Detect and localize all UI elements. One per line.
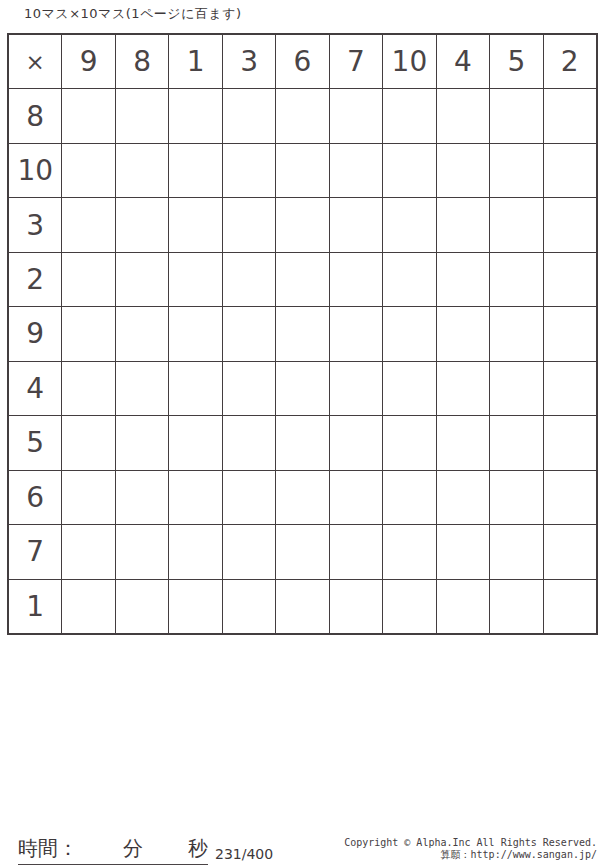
col-header-cell: 3 — [223, 35, 275, 88]
answer-cell — [223, 89, 275, 142]
answer-cell — [330, 89, 382, 142]
row-header-cell: 3 — [9, 198, 61, 251]
answer-cell — [62, 471, 114, 524]
row-header-cell: 8 — [9, 89, 61, 142]
answer-cell — [544, 253, 596, 306]
answer-cell — [223, 525, 275, 578]
row-header-cell: 6 — [9, 471, 61, 524]
row-header-cell: 7 — [9, 525, 61, 578]
answer-cell — [62, 525, 114, 578]
answer-cell — [490, 471, 542, 524]
answer-cell — [62, 416, 114, 469]
answer-cell — [437, 580, 489, 633]
answer-cell — [223, 580, 275, 633]
col-header-cell: 5 — [490, 35, 542, 88]
answer-cell — [544, 144, 596, 197]
answer-cell — [490, 362, 542, 415]
answer-cell — [437, 89, 489, 142]
answer-cell — [437, 471, 489, 524]
answer-cell — [544, 307, 596, 360]
answer-cell — [490, 89, 542, 142]
answer-cell — [437, 198, 489, 251]
answer-cell — [544, 580, 596, 633]
row-header-cell: 2 — [9, 253, 61, 306]
answer-cell — [544, 198, 596, 251]
copyright-line1: Copyright © Alpha.Inc All Rights Reserve… — [344, 837, 597, 849]
answer-cell — [276, 89, 328, 142]
answer-cell — [116, 580, 168, 633]
answer-cell — [223, 198, 275, 251]
answer-cell — [383, 416, 435, 469]
time-label: 時間： — [18, 835, 78, 862]
operator-cell: × — [9, 35, 61, 88]
answer-cell — [223, 253, 275, 306]
answer-cell — [330, 307, 382, 360]
answer-cell — [276, 362, 328, 415]
answer-cell — [116, 89, 168, 142]
answer-cell — [276, 307, 328, 360]
answer-cell — [223, 416, 275, 469]
page-indicator: 231/400 — [215, 846, 273, 862]
multiplication-grid: ×9813671045281032945671 — [7, 33, 598, 635]
answer-cell — [437, 144, 489, 197]
answer-cell — [116, 253, 168, 306]
answer-cell — [169, 307, 221, 360]
col-header-cell: 2 — [544, 35, 596, 88]
answer-cell — [116, 144, 168, 197]
answer-cell — [62, 198, 114, 251]
answer-cell — [437, 307, 489, 360]
answer-cell — [276, 144, 328, 197]
answer-cell — [490, 307, 542, 360]
col-header-cell: 7 — [330, 35, 382, 88]
answer-cell — [223, 471, 275, 524]
col-header-cell: 9 — [62, 35, 114, 88]
answer-cell — [169, 144, 221, 197]
worksheet-title: 10マス×10マス(1ページに百ます) — [24, 5, 242, 23]
row-header-cell: 4 — [9, 362, 61, 415]
answer-cell — [383, 362, 435, 415]
answer-cell — [116, 362, 168, 415]
answer-cell — [330, 416, 382, 469]
copyright: Copyright © Alpha.Inc All Rights Reserve… — [344, 837, 597, 860]
seconds-label: 秒 — [188, 835, 208, 862]
copyright-line2: 算願：http://www.sangan.jp/ — [344, 849, 597, 861]
answer-cell — [116, 416, 168, 469]
answer-cell — [330, 525, 382, 578]
answer-cell — [62, 362, 114, 415]
answer-cell — [544, 416, 596, 469]
worksheet-page: 10マス×10マス(1ページに百ます) ×9813671045281032945… — [0, 0, 600, 865]
answer-cell — [383, 253, 435, 306]
answer-cell — [169, 416, 221, 469]
row-header-cell: 1 — [9, 580, 61, 633]
answer-cell — [383, 471, 435, 524]
answer-cell — [544, 525, 596, 578]
answer-cell — [383, 144, 435, 197]
answer-cell — [116, 198, 168, 251]
answer-cell — [62, 580, 114, 633]
answer-cell — [490, 198, 542, 251]
answer-cell — [276, 416, 328, 469]
time-entry-line: 時間： 分 秒 — [18, 835, 208, 865]
answer-cell — [330, 144, 382, 197]
col-header-cell: 8 — [116, 35, 168, 88]
answer-cell — [276, 471, 328, 524]
answer-cell — [62, 307, 114, 360]
col-header-cell: 4 — [437, 35, 489, 88]
answer-cell — [383, 580, 435, 633]
answer-cell — [169, 253, 221, 306]
row-header-cell: 5 — [9, 416, 61, 469]
answer-cell — [490, 580, 542, 633]
answer-cell — [437, 253, 489, 306]
answer-cell — [116, 471, 168, 524]
answer-cell — [169, 471, 221, 524]
answer-cell — [169, 525, 221, 578]
answer-cell — [330, 198, 382, 251]
answer-cell — [223, 307, 275, 360]
answer-cell — [169, 362, 221, 415]
answer-cell — [169, 89, 221, 142]
answer-cell — [490, 253, 542, 306]
answer-cell — [383, 198, 435, 251]
answer-cell — [223, 362, 275, 415]
answer-cell — [544, 362, 596, 415]
answer-cell — [544, 89, 596, 142]
answer-cell — [437, 416, 489, 469]
answer-cell — [437, 362, 489, 415]
answer-cell — [330, 471, 382, 524]
answer-cell — [383, 525, 435, 578]
answer-cell — [276, 198, 328, 251]
answer-cell — [169, 580, 221, 633]
answer-cell — [223, 144, 275, 197]
answer-cell — [330, 362, 382, 415]
minutes-label: 分 — [123, 835, 143, 862]
col-header-cell: 10 — [383, 35, 435, 88]
answer-cell — [437, 525, 489, 578]
answer-cell — [62, 253, 114, 306]
answer-cell — [276, 525, 328, 578]
answer-cell — [62, 144, 114, 197]
answer-cell — [276, 253, 328, 306]
col-header-cell: 1 — [169, 35, 221, 88]
answer-cell — [276, 580, 328, 633]
answer-cell — [330, 253, 382, 306]
answer-cell — [62, 89, 114, 142]
answer-cell — [116, 307, 168, 360]
answer-cell — [383, 89, 435, 142]
answer-cell — [490, 416, 542, 469]
answer-cell — [330, 580, 382, 633]
answer-cell — [383, 307, 435, 360]
answer-cell — [544, 471, 596, 524]
answer-cell — [490, 525, 542, 578]
answer-cell — [116, 525, 168, 578]
answer-cell — [169, 198, 221, 251]
answer-cell — [490, 144, 542, 197]
row-header-cell: 9 — [9, 307, 61, 360]
row-header-cell: 10 — [9, 144, 61, 197]
col-header-cell: 6 — [276, 35, 328, 88]
